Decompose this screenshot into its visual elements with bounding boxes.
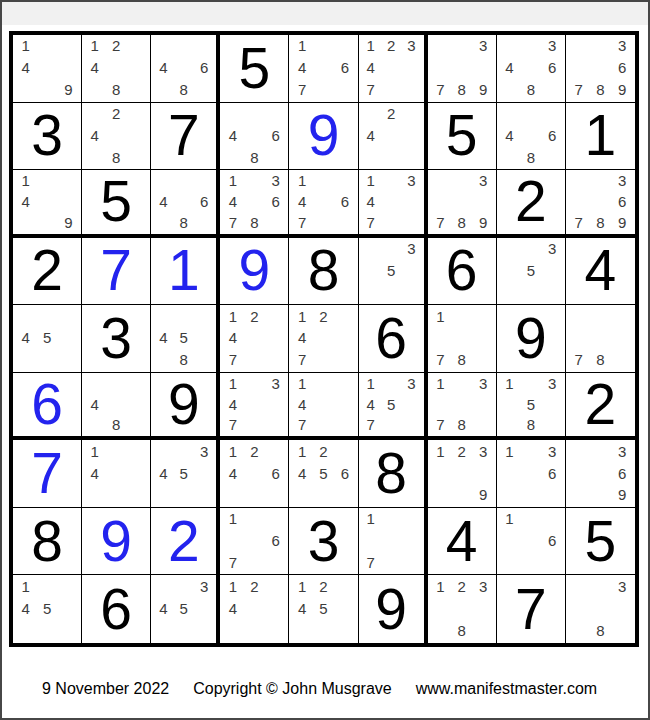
pencil-mark-4: 4 xyxy=(361,191,381,212)
pencil-mark-7 xyxy=(499,414,520,435)
pencil-mark-4: 4 xyxy=(361,57,381,79)
cell-r1c1[interactable]: 149 xyxy=(13,35,82,103)
pencil-mark-3: 3 xyxy=(611,440,633,462)
pencil-mark-9 xyxy=(265,484,286,506)
pencil-mark-5 xyxy=(590,191,612,212)
cell-r5c7[interactable]: 178 xyxy=(428,305,497,373)
cell-r8c6[interactable]: 17 xyxy=(359,508,428,576)
pencil-marks: 1248 xyxy=(84,35,148,101)
pencil-mark-3: 3 xyxy=(542,238,563,260)
pencil-mark-2 xyxy=(381,373,401,394)
pencil-mark-1 xyxy=(153,440,173,462)
cell-r1c8[interactable]: 3468 xyxy=(497,35,566,103)
pencil-mark-9 xyxy=(472,414,493,435)
pencil-mark-3: 3 xyxy=(472,373,493,394)
pencil-mark-1: 1 xyxy=(84,35,105,57)
pencil-mark-2 xyxy=(313,373,334,394)
pencil-mark-8 xyxy=(313,620,334,642)
pencil-mark-3 xyxy=(611,305,633,327)
cell-r2c9[interactable]: 1 xyxy=(566,103,635,171)
pencil-mark-7: 7 xyxy=(430,414,451,435)
pencil-mark-2 xyxy=(451,373,472,394)
pencil-mark-1: 1 xyxy=(222,508,243,530)
pencil-mark-2 xyxy=(36,35,57,57)
cell-r9c6[interactable]: 9 xyxy=(359,575,428,643)
pencil-mark-5 xyxy=(451,327,472,349)
cell-r1c6[interactable]: 12347 xyxy=(359,35,428,103)
pencil-marks: 12347 xyxy=(361,35,422,101)
cell-r1c4[interactable]: 5 xyxy=(220,35,289,103)
pencil-mark-8 xyxy=(36,79,57,101)
cell-r7c4[interactable]: 1246 xyxy=(220,440,289,508)
pencil-mark-7: 7 xyxy=(430,349,451,371)
pencil-mark-3: 3 xyxy=(542,35,563,57)
pencil-mark-3: 3 xyxy=(194,440,214,462)
pencil-mark-7 xyxy=(15,79,36,101)
pencil-marks: 136 xyxy=(499,440,563,506)
cell-value-solved: 6 xyxy=(13,373,81,437)
pencil-mark-6 xyxy=(58,57,79,79)
cell-r5c8[interactable]: 9 xyxy=(497,305,566,373)
pencil-marks: 1347 xyxy=(361,170,422,233)
cell-value-given: 8 xyxy=(13,508,81,575)
pencil-mark-7 xyxy=(153,79,173,101)
cell-r2c2[interactable]: 248 xyxy=(82,103,151,171)
cell-r5c5[interactable]: 1247 xyxy=(289,305,358,373)
pencil-mark-9 xyxy=(265,349,286,371)
pencil-mark-7 xyxy=(222,620,243,642)
cell-r6c6[interactable]: 13457 xyxy=(359,373,428,441)
pencil-mark-7: 7 xyxy=(430,79,451,101)
pencil-mark-1 xyxy=(568,575,590,597)
pencil-mark-5 xyxy=(451,57,472,79)
cell-r9c7[interactable]: 1238 xyxy=(428,575,497,643)
cell-r9c8[interactable]: 7 xyxy=(497,575,566,643)
cell-r7c5[interactable]: 12456 xyxy=(289,440,358,508)
pencil-marks: 35 xyxy=(499,238,563,304)
pencil-mark-6 xyxy=(401,394,421,415)
pencil-mark-4: 4 xyxy=(291,462,312,484)
pencil-mark-6 xyxy=(265,394,286,415)
cell-r9c4[interactable]: 124 xyxy=(220,575,289,643)
pencil-mark-9 xyxy=(265,146,286,168)
pencil-mark-9 xyxy=(334,484,355,506)
cell-r2c1[interactable]: 3 xyxy=(13,103,82,171)
pencil-mark-3 xyxy=(194,305,214,327)
pencil-mark-3: 3 xyxy=(611,575,633,597)
cell-r5c9[interactable]: 78 xyxy=(566,305,635,373)
cell-r2c5[interactable]: 9 xyxy=(289,103,358,171)
cell-r8c8[interactable]: 16 xyxy=(497,508,566,576)
pencil-mark-8: 8 xyxy=(174,349,194,371)
pencil-mark-7: 7 xyxy=(361,79,381,101)
pencil-mark-9 xyxy=(611,620,633,642)
pencil-marks: 3789 xyxy=(430,35,494,101)
pencil-marks: 134678 xyxy=(222,170,286,233)
pencil-mark-3: 3 xyxy=(611,35,633,57)
pencil-mark-5 xyxy=(520,124,541,146)
cell-r6c9[interactable]: 2 xyxy=(566,373,635,441)
cell-r5c6[interactable]: 6 xyxy=(359,305,428,373)
cell-r9c1[interactable]: 145 xyxy=(13,575,82,643)
cell-value-given: 8 xyxy=(359,440,424,507)
cell-r5c4[interactable]: 1247 xyxy=(220,305,289,373)
pencil-mark-5 xyxy=(313,191,334,212)
pencil-mark-4 xyxy=(430,191,451,212)
pencil-mark-2 xyxy=(520,440,541,462)
pencil-mark-8 xyxy=(36,212,57,233)
pencil-mark-8: 8 xyxy=(451,414,472,435)
pencil-mark-4: 4 xyxy=(84,124,105,146)
cell-value-solved: 9 xyxy=(289,103,357,170)
pencil-mark-1: 1 xyxy=(361,373,381,394)
cell-r4c1[interactable]: 2 xyxy=(13,238,82,306)
pencil-mark-6 xyxy=(611,598,633,620)
pencil-mark-3: 3 xyxy=(401,373,421,394)
cell-r6c8[interactable]: 1358 xyxy=(497,373,566,441)
pencil-mark-8: 8 xyxy=(590,620,612,642)
pencil-mark-4: 4 xyxy=(291,598,312,620)
pencil-mark-1: 1 xyxy=(222,440,243,462)
cell-r3c9[interactable]: 36789 xyxy=(566,170,635,238)
cell-r2c6[interactable]: 24 xyxy=(359,103,428,171)
cell-r1c9[interactable]: 36789 xyxy=(566,35,635,103)
pencil-mark-9 xyxy=(334,79,355,101)
cell-r7c1[interactable]: 7 xyxy=(13,440,82,508)
pencil-marks: 145 xyxy=(15,575,79,642)
pencil-mark-8: 8 xyxy=(451,79,472,101)
pencil-mark-7: 7 xyxy=(361,552,381,574)
pencil-mark-1 xyxy=(84,103,105,125)
pencil-mark-5 xyxy=(381,57,401,79)
pencil-mark-7: 7 xyxy=(291,349,312,371)
pencil-mark-8 xyxy=(313,212,334,233)
cell-r9c3[interactable]: 345 xyxy=(151,575,220,643)
cell-r4c5[interactable]: 8 xyxy=(289,238,358,306)
cell-value-given: 6 xyxy=(82,575,150,643)
pencil-mark-9 xyxy=(334,620,355,642)
pencil-mark-5: 5 xyxy=(520,260,541,282)
cell-r4c4[interactable]: 9 xyxy=(220,238,289,306)
pencil-mark-5 xyxy=(381,124,401,146)
pencil-marks: 468 xyxy=(222,103,286,169)
pencil-mark-2 xyxy=(381,170,401,191)
pencil-mark-1: 1 xyxy=(361,170,381,191)
pencil-marks: 1347 xyxy=(222,373,286,436)
pencil-mark-3 xyxy=(334,170,355,191)
pencil-marks: 35 xyxy=(361,238,422,304)
pencil-mark-5 xyxy=(451,394,472,415)
pencil-marks: 124 xyxy=(222,575,286,642)
pencil-marks: 149 xyxy=(15,35,79,101)
pencil-mark-2 xyxy=(244,373,265,394)
pencil-mark-7: 7 xyxy=(361,212,381,233)
cell-r6c1[interactable]: 6 xyxy=(13,373,82,441)
pencil-mark-2 xyxy=(36,575,57,597)
cell-r7c2[interactable]: 14 xyxy=(82,440,151,508)
pencil-mark-4 xyxy=(361,530,381,552)
pencil-mark-9 xyxy=(265,620,286,642)
pencil-mark-1: 1 xyxy=(361,508,381,530)
cell-r9c9[interactable]: 38 xyxy=(566,575,635,643)
pencil-mark-1: 1 xyxy=(430,440,451,462)
cell-r1c3[interactable]: 468 xyxy=(151,35,220,103)
pencil-mark-6 xyxy=(127,394,148,415)
pencil-mark-2 xyxy=(244,170,265,191)
pencil-mark-7 xyxy=(291,620,312,642)
pencil-mark-6 xyxy=(127,57,148,79)
pencil-mark-6 xyxy=(542,260,563,282)
cell-value-given: 3 xyxy=(13,103,81,170)
pencil-mark-4 xyxy=(222,530,243,552)
pencil-mark-8: 8 xyxy=(520,414,541,435)
pencil-mark-9: 9 xyxy=(611,79,633,101)
pencil-mark-2 xyxy=(313,170,334,191)
cell-r8c9[interactable]: 5 xyxy=(566,508,635,576)
pencil-mark-3 xyxy=(58,305,79,327)
pencil-mark-3 xyxy=(542,103,563,125)
pencil-mark-7 xyxy=(499,484,520,506)
pencil-mark-7 xyxy=(499,552,520,574)
cell-r4c2[interactable]: 7 xyxy=(82,238,151,306)
cell-r7c8[interactable]: 136 xyxy=(497,440,566,508)
cell-value-given: 1 xyxy=(566,103,635,170)
pencil-mark-2: 2 xyxy=(244,575,265,597)
cell-value-given: 5 xyxy=(428,103,496,170)
pencil-mark-8: 8 xyxy=(590,349,612,371)
cell-r3c4[interactable]: 134678 xyxy=(220,170,289,238)
cell-r2c8[interactable]: 468 xyxy=(497,103,566,171)
pencil-marks: 178 xyxy=(430,305,494,371)
pencil-mark-4: 4 xyxy=(222,462,243,484)
pencil-mark-3: 3 xyxy=(611,170,633,191)
cell-r4c6[interactable]: 35 xyxy=(359,238,428,306)
cell-r3c8[interactable]: 2 xyxy=(497,170,566,238)
cell-r4c8[interactable]: 35 xyxy=(497,238,566,306)
pencil-mark-8: 8 xyxy=(520,79,541,101)
cell-r8c4[interactable]: 167 xyxy=(220,508,289,576)
cell-r5c1[interactable]: 45 xyxy=(13,305,82,373)
pencil-mark-8 xyxy=(520,484,541,506)
pencil-mark-6 xyxy=(472,191,493,212)
pencil-mark-9 xyxy=(127,146,148,168)
cell-r1c5[interactable]: 1467 xyxy=(289,35,358,103)
pencil-mark-5 xyxy=(105,57,126,79)
pencil-mark-1 xyxy=(153,305,173,327)
cell-value-given: 9 xyxy=(359,575,424,643)
pencil-mark-4 xyxy=(430,394,451,415)
pencil-mark-1 xyxy=(430,35,451,57)
pencil-mark-1 xyxy=(499,103,520,125)
pencil-mark-8 xyxy=(381,146,401,168)
cell-r8c2[interactable]: 9 xyxy=(82,508,151,576)
pencil-mark-6 xyxy=(194,327,214,349)
pencil-mark-5: 5 xyxy=(36,598,57,620)
pencil-mark-2 xyxy=(590,35,612,57)
pencil-mark-1: 1 xyxy=(499,373,520,394)
pencil-mark-5 xyxy=(244,598,265,620)
pencil-mark-6: 6 xyxy=(194,191,214,212)
pencil-mark-5 xyxy=(381,191,401,212)
pencil-mark-1 xyxy=(568,170,590,191)
pencil-mark-6 xyxy=(401,260,421,282)
pencil-mark-6 xyxy=(472,327,493,349)
cell-r9c2[interactable]: 6 xyxy=(82,575,151,643)
cell-r7c7[interactable]: 1239 xyxy=(428,440,497,508)
pencil-mark-3 xyxy=(127,373,148,394)
pencil-mark-5: 5 xyxy=(313,598,334,620)
cell-r6c5[interactable]: 147 xyxy=(289,373,358,441)
pencil-mark-2 xyxy=(174,170,194,191)
pencil-mark-7 xyxy=(84,146,105,168)
pencil-mark-5: 5 xyxy=(36,327,57,349)
pencil-mark-8: 8 xyxy=(105,414,126,435)
cell-r6c2[interactable]: 48 xyxy=(82,373,151,441)
pencil-mark-8 xyxy=(381,212,401,233)
cell-r4c9[interactable]: 4 xyxy=(566,238,635,306)
pencil-mark-2: 2 xyxy=(381,103,401,125)
pencil-mark-8: 8 xyxy=(174,79,194,101)
cell-r8c1[interactable]: 8 xyxy=(13,508,82,576)
pencil-mark-1: 1 xyxy=(291,305,312,327)
pencil-mark-7 xyxy=(153,620,173,642)
pencil-mark-1 xyxy=(499,238,520,260)
cell-r3c2[interactable]: 5 xyxy=(82,170,151,238)
pencil-mark-4 xyxy=(499,394,520,415)
pencil-mark-4 xyxy=(568,57,590,79)
pencil-mark-8 xyxy=(590,484,612,506)
cell-r5c2[interactable]: 3 xyxy=(82,305,151,373)
cell-r3c6[interactable]: 1347 xyxy=(359,170,428,238)
pencil-mark-3: 3 xyxy=(401,238,421,260)
pencil-marks: 1467 xyxy=(291,170,355,233)
pencil-mark-3: 3 xyxy=(472,170,493,191)
cell-r7c6[interactable]: 8 xyxy=(359,440,428,508)
pencil-marks: 3789 xyxy=(430,170,494,233)
pencil-mark-5 xyxy=(105,124,126,146)
cell-r1c2[interactable]: 1248 xyxy=(82,35,151,103)
pencil-mark-5 xyxy=(244,394,265,415)
pencil-mark-2 xyxy=(174,305,194,327)
cell-r8c7[interactable]: 4 xyxy=(428,508,497,576)
pencil-mark-7: 7 xyxy=(568,349,590,371)
pencil-mark-5: 5 xyxy=(381,260,401,282)
pencil-mark-2: 2 xyxy=(313,575,334,597)
pencil-mark-5 xyxy=(244,124,265,146)
pencil-mark-2 xyxy=(313,35,334,57)
pencil-marks: 16 xyxy=(499,508,563,574)
pencil-mark-4 xyxy=(499,530,520,552)
pencil-mark-5 xyxy=(590,462,612,484)
pencil-mark-1 xyxy=(15,305,36,327)
pencil-mark-8 xyxy=(244,620,265,642)
pencil-mark-1 xyxy=(153,35,173,57)
pencil-mark-9 xyxy=(194,620,214,642)
footer-date: 9 November 2022 xyxy=(42,680,169,698)
pencil-marks: 468 xyxy=(153,35,214,101)
pencil-mark-1 xyxy=(430,170,451,191)
pencil-mark-3: 3 xyxy=(194,575,214,597)
cell-r6c3[interactable]: 9 xyxy=(151,373,220,441)
sudoku-board: 1491248468514671234737893468367893248746… xyxy=(9,31,639,647)
cell-r3c7[interactable]: 3789 xyxy=(428,170,497,238)
pencil-mark-4: 4 xyxy=(222,191,243,212)
pencil-mark-5: 5 xyxy=(174,598,194,620)
cell-r2c3[interactable]: 7 xyxy=(151,103,220,171)
cell-r3c5[interactable]: 1467 xyxy=(289,170,358,238)
cell-r7c3[interactable]: 345 xyxy=(151,440,220,508)
pencil-mark-3 xyxy=(127,440,148,462)
pencil-mark-5: 5 xyxy=(313,462,334,484)
cell-r3c3[interactable]: 468 xyxy=(151,170,220,238)
pencil-mark-8 xyxy=(174,620,194,642)
cell-r4c3[interactable]: 1 xyxy=(151,238,220,306)
pencil-mark-2: 2 xyxy=(381,35,401,57)
cell-r6c7[interactable]: 1378 xyxy=(428,373,497,441)
pencil-mark-1: 1 xyxy=(291,373,312,394)
pencil-mark-9 xyxy=(401,212,421,233)
pencil-mark-4: 4 xyxy=(153,57,173,79)
cell-r9c5[interactable]: 1245 xyxy=(289,575,358,643)
cell-r8c3[interactable]: 2 xyxy=(151,508,220,576)
pencil-mark-8: 8 xyxy=(244,146,265,168)
cell-r7c9[interactable]: 369 xyxy=(566,440,635,508)
pencil-mark-1: 1 xyxy=(499,440,520,462)
pencil-marks: 147 xyxy=(291,373,355,436)
cell-r2c7[interactable]: 5 xyxy=(428,103,497,171)
cell-r8c5[interactable]: 3 xyxy=(289,508,358,576)
pencil-mark-7 xyxy=(84,484,105,506)
pencil-mark-5 xyxy=(174,191,194,212)
pencil-mark-1 xyxy=(153,575,173,597)
pencil-mark-7 xyxy=(499,79,520,101)
cell-r4c7[interactable]: 6 xyxy=(428,238,497,306)
pencil-marks: 36789 xyxy=(568,170,633,233)
pencil-marks: 345 xyxy=(153,575,214,642)
pencil-mark-7 xyxy=(430,620,451,642)
pencil-mark-3: 3 xyxy=(542,440,563,462)
cell-r3c1[interactable]: 149 xyxy=(13,170,82,238)
pencil-mark-3 xyxy=(265,575,286,597)
cell-value-given: 9 xyxy=(497,305,565,372)
cell-r6c4[interactable]: 1347 xyxy=(220,373,289,441)
pencil-mark-1: 1 xyxy=(15,575,36,597)
cell-value-solved: 7 xyxy=(82,238,150,305)
pencil-mark-5 xyxy=(451,191,472,212)
pencil-mark-9 xyxy=(127,414,148,435)
pencil-mark-3 xyxy=(265,508,286,530)
pencil-mark-9 xyxy=(472,349,493,371)
pencil-mark-2 xyxy=(520,35,541,57)
pencil-marks: 369 xyxy=(568,440,633,506)
pencil-mark-1: 1 xyxy=(222,575,243,597)
cell-r5c3[interactable]: 458 xyxy=(151,305,220,373)
pencil-mark-4: 4 xyxy=(361,394,381,415)
pencil-mark-2 xyxy=(590,440,612,462)
pencil-mark-6: 6 xyxy=(334,57,355,79)
pencil-mark-3 xyxy=(58,35,79,57)
pencil-mark-7 xyxy=(222,146,243,168)
pencil-mark-7: 7 xyxy=(568,212,590,233)
cell-r1c7[interactable]: 3789 xyxy=(428,35,497,103)
pencil-mark-9 xyxy=(265,552,286,574)
pencil-mark-3: 3 xyxy=(472,575,493,597)
pencil-mark-8 xyxy=(244,414,265,435)
pencil-mark-1 xyxy=(361,238,381,260)
cell-r2c4[interactable]: 468 xyxy=(220,103,289,171)
pencil-mark-9 xyxy=(194,212,214,233)
pencil-mark-1: 1 xyxy=(499,508,520,530)
